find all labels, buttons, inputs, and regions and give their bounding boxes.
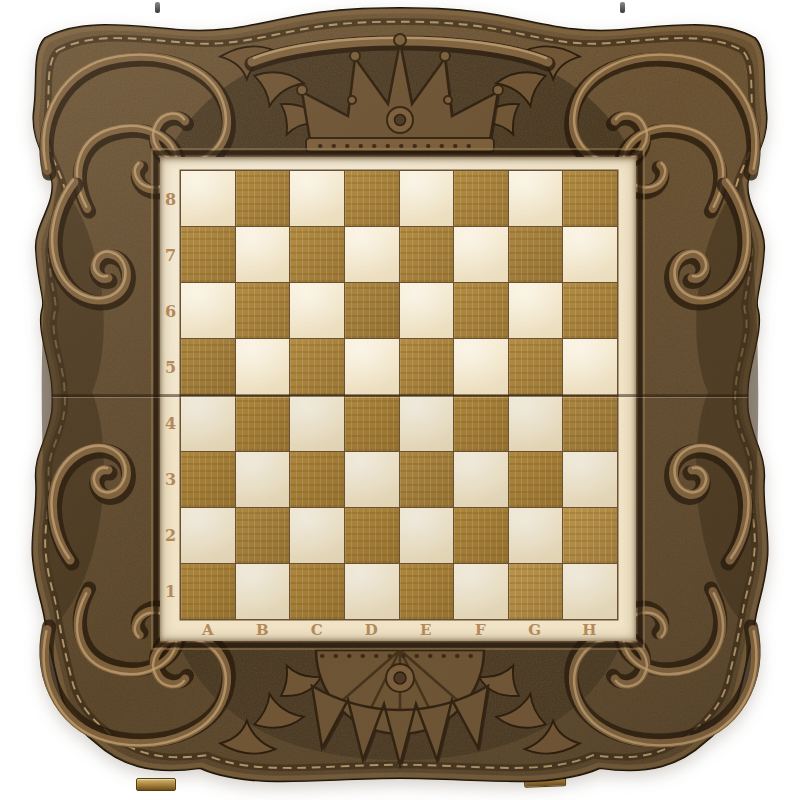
square-g4[interactable] <box>509 396 563 451</box>
square-d7[interactable] <box>345 227 399 282</box>
square-c6[interactable] <box>290 283 344 338</box>
square-g3[interactable] <box>509 452 563 507</box>
square-d8[interactable] <box>345 171 399 226</box>
square-h2[interactable] <box>563 508 617 563</box>
square-b8[interactable] <box>236 171 290 226</box>
square-f1[interactable] <box>454 564 508 619</box>
square-c2[interactable] <box>290 508 344 563</box>
rank-label-8: 8 <box>160 171 181 227</box>
square-e3[interactable] <box>400 452 454 507</box>
square-a6[interactable] <box>181 283 235 338</box>
square-g2[interactable] <box>509 508 563 563</box>
square-c8[interactable] <box>290 171 344 226</box>
chess-board-panel: 8 7 6 5 4 3 2 1 A B C D E F G H <box>160 157 636 641</box>
file-label-a: A <box>181 619 236 641</box>
square-b2[interactable] <box>236 508 290 563</box>
square-g1[interactable] <box>509 564 563 619</box>
rank-label-6: 6 <box>160 283 181 339</box>
rank-label-5: 5 <box>160 339 181 395</box>
square-e8[interactable] <box>400 171 454 226</box>
square-c4[interactable] <box>290 396 344 451</box>
square-h4[interactable] <box>563 396 617 451</box>
square-c7[interactable] <box>290 227 344 282</box>
file-label-e: E <box>399 619 454 641</box>
square-c1[interactable] <box>290 564 344 619</box>
square-f5[interactable] <box>454 339 508 394</box>
rank-label-3: 3 <box>160 451 181 507</box>
square-f7[interactable] <box>454 227 508 282</box>
square-f2[interactable] <box>454 508 508 563</box>
rank-label-2: 2 <box>160 507 181 563</box>
square-f4[interactable] <box>454 396 508 451</box>
square-e5[interactable] <box>400 339 454 394</box>
square-b1[interactable] <box>236 564 290 619</box>
square-h6[interactable] <box>563 283 617 338</box>
square-b3[interactable] <box>236 452 290 507</box>
file-label-h: H <box>563 619 618 641</box>
square-d5[interactable] <box>345 339 399 394</box>
file-label-d: D <box>345 619 400 641</box>
carved-chessboard-photo: 8 7 6 5 4 3 2 1 A B C D E F G H <box>0 0 800 800</box>
square-g7[interactable] <box>509 227 563 282</box>
square-a5[interactable] <box>181 339 235 394</box>
file-label-g: G <box>508 619 563 641</box>
square-d3[interactable] <box>345 452 399 507</box>
square-h7[interactable] <box>563 227 617 282</box>
fold-seam <box>52 394 748 397</box>
square-a4[interactable] <box>181 396 235 451</box>
square-e6[interactable] <box>400 283 454 338</box>
square-g5[interactable] <box>509 339 563 394</box>
square-b4[interactable] <box>236 396 290 451</box>
square-f3[interactable] <box>454 452 508 507</box>
square-b6[interactable] <box>236 283 290 338</box>
square-e1[interactable] <box>400 564 454 619</box>
square-f8[interactable] <box>454 171 508 226</box>
square-e2[interactable] <box>400 508 454 563</box>
rank-label-7: 7 <box>160 227 181 283</box>
square-d4[interactable] <box>345 396 399 451</box>
square-a2[interactable] <box>181 508 235 563</box>
square-e4[interactable] <box>400 396 454 451</box>
square-c3[interactable] <box>290 452 344 507</box>
square-a8[interactable] <box>181 171 235 226</box>
square-h8[interactable] <box>563 171 617 226</box>
square-c5[interactable] <box>290 339 344 394</box>
square-d2[interactable] <box>345 508 399 563</box>
square-g8[interactable] <box>509 171 563 226</box>
square-e7[interactable] <box>400 227 454 282</box>
square-d1[interactable] <box>345 564 399 619</box>
square-h5[interactable] <box>563 339 617 394</box>
square-a7[interactable] <box>181 227 235 282</box>
square-a1[interactable] <box>181 564 235 619</box>
square-g6[interactable] <box>509 283 563 338</box>
square-h3[interactable] <box>563 452 617 507</box>
square-f6[interactable] <box>454 283 508 338</box>
square-b7[interactable] <box>236 227 290 282</box>
square-a3[interactable] <box>181 452 235 507</box>
file-label-c: C <box>290 619 345 641</box>
square-h1[interactable] <box>563 564 617 619</box>
rank-label-1: 1 <box>160 563 181 619</box>
file-label-b: B <box>236 619 291 641</box>
square-b5[interactable] <box>236 339 290 394</box>
file-labels: A B C D E F G H <box>181 619 617 641</box>
file-label-f: F <box>454 619 509 641</box>
square-d6[interactable] <box>345 283 399 338</box>
rank-label-4: 4 <box>160 395 181 451</box>
